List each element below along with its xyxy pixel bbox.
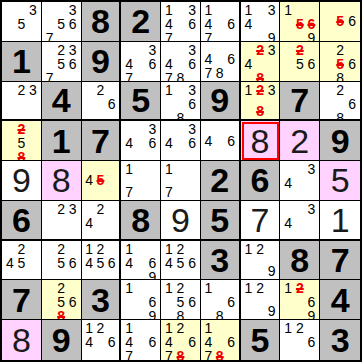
candidate-slot-empty bbox=[225, 31, 236, 42]
candidate-slot-empty bbox=[214, 148, 225, 159]
cell-r2c7[interactable]: 2348 bbox=[241, 42, 281, 82]
candidate-slot-empty bbox=[123, 295, 135, 309]
cell-r4c4[interactable]: 346 bbox=[121, 121, 161, 161]
candidate-slot-empty bbox=[55, 31, 67, 42]
cell-r1c7[interactable]: 1349 bbox=[241, 2, 281, 42]
candidate-8: 8 bbox=[175, 111, 187, 122]
candidate-slot-empty bbox=[186, 111, 198, 122]
cell-r9c9[interactable]: 3 bbox=[320, 320, 360, 360]
cell-r7c9[interactable]: 7 bbox=[320, 241, 360, 281]
cell-r3c9[interactable]: 268 bbox=[320, 82, 360, 122]
candidate-9: 9 bbox=[147, 270, 159, 281]
candidate-5: 5 bbox=[175, 256, 187, 270]
candidate-6: 6 bbox=[225, 335, 236, 349]
candidate-slot-empty bbox=[294, 349, 306, 359]
candidate-4: 4 bbox=[163, 256, 175, 270]
candidate-slot-empty bbox=[306, 216, 318, 230]
candidate-5-eliminated: 5 bbox=[334, 57, 346, 71]
candidate-5: 5 bbox=[16, 17, 28, 31]
candidate-slot-empty bbox=[175, 31, 187, 42]
given-digit: 2 bbox=[210, 163, 229, 197]
given-digit: 1 bbox=[12, 44, 31, 78]
cell-r8c7[interactable]: 129 bbox=[241, 280, 281, 320]
candidate-slot-empty bbox=[55, 216, 67, 227]
candidate-8-eliminated: 8 bbox=[175, 349, 187, 360]
cell-r1c5[interactable]: 13467 bbox=[161, 2, 201, 42]
cell-r4c3[interactable]: 7 bbox=[82, 121, 122, 161]
cell-r9c8[interactable]: 126 bbox=[280, 320, 320, 360]
candidate-slot-empty bbox=[322, 97, 334, 111]
pencil-marks: 12456 bbox=[161, 241, 200, 280]
candidate-slot-empty bbox=[186, 31, 198, 42]
cell-r5c5[interactable]: 17 bbox=[161, 161, 201, 201]
cell-r3c2[interactable]: 4 bbox=[42, 82, 82, 122]
candidate-slot-empty bbox=[44, 17, 56, 31]
cell-r7c3[interactable]: 12456 bbox=[82, 241, 122, 281]
pencil-marks: 45 bbox=[82, 161, 120, 200]
candidate-6: 6 bbox=[306, 335, 318, 349]
candidate-slot-empty bbox=[243, 304, 255, 318]
candidate-8-eliminated: 8 bbox=[16, 150, 28, 161]
candidate-slot-empty bbox=[254, 57, 266, 71]
candidate-slot-empty bbox=[67, 227, 79, 238]
candidate-3: 3 bbox=[67, 202, 79, 216]
candidate-7: 7 bbox=[44, 31, 56, 42]
cell-r5c9[interactable]: 5 bbox=[320, 161, 360, 201]
cell-r5c8[interactable]: 34 bbox=[280, 161, 320, 201]
candidate-slot-empty bbox=[306, 230, 318, 238]
candidate-7: 7 bbox=[163, 71, 175, 82]
cell-r7c7[interactable]: 129 bbox=[241, 241, 281, 281]
candidate-6: 6 bbox=[147, 57, 159, 71]
candidate-slot-empty bbox=[282, 349, 294, 359]
candidate-slot-empty bbox=[254, 264, 266, 278]
solved-digit: 8 bbox=[52, 163, 71, 197]
cell-r5c2[interactable]: 8 bbox=[42, 161, 82, 201]
candidate-slot-empty bbox=[225, 122, 236, 133]
candidate-slot-empty bbox=[106, 230, 117, 238]
candidate-slot-empty bbox=[67, 281, 79, 295]
candidate-slot-empty bbox=[163, 150, 175, 159]
candidate-5: 5 bbox=[55, 256, 67, 270]
candidate-slot-empty bbox=[123, 270, 135, 281]
candidate-5: 5 bbox=[55, 57, 67, 71]
candidate-slot-empty bbox=[243, 295, 255, 304]
candidate-3: 3 bbox=[266, 43, 278, 57]
candidate-slot-empty bbox=[147, 281, 159, 295]
candidate-2: 2 bbox=[175, 321, 187, 335]
cell-r6c8[interactable]: 34 bbox=[280, 201, 320, 241]
cell-r2c2[interactable]: 23567 bbox=[42, 42, 82, 82]
candidate-slot-empty bbox=[294, 230, 306, 238]
candidate-9: 9 bbox=[306, 309, 318, 320]
cell-r8c6[interactable]: 168 bbox=[201, 280, 241, 320]
candidate-slot-empty bbox=[4, 83, 16, 97]
pencil-marks: 1569 bbox=[280, 2, 319, 41]
cell-r9c4[interactable]: 1467 bbox=[121, 320, 161, 360]
candidate-slot-empty bbox=[175, 150, 187, 159]
candidate-4: 4 bbox=[84, 173, 95, 187]
candidate-slot-empty bbox=[106, 242, 117, 256]
candidate-slot-empty bbox=[106, 111, 117, 119]
candidate-3: 3 bbox=[67, 43, 79, 57]
candidate-slot-empty bbox=[4, 31, 16, 40]
candidate-4: 4 bbox=[84, 256, 95, 270]
cell-r7c4[interactable]: 1469 bbox=[121, 241, 161, 281]
solved-digit: 8 bbox=[251, 124, 270, 158]
candidate-slot-empty bbox=[84, 83, 95, 97]
candidate-6: 6 bbox=[306, 295, 318, 309]
pencil-marks: 2568 bbox=[320, 42, 360, 81]
candidate-2-eliminated: 2 bbox=[254, 83, 266, 97]
candidate-1: 1 bbox=[203, 3, 214, 17]
cell-r6c6[interactable]: 5 bbox=[201, 201, 241, 241]
cell-r5c7[interactable]: 6 bbox=[241, 161, 281, 201]
candidate-1: 1 bbox=[123, 242, 135, 256]
candidate-slot-empty bbox=[44, 57, 56, 71]
candidate-slot-empty bbox=[306, 321, 318, 335]
candidate-1: 1 bbox=[282, 281, 294, 295]
candidate-3: 3 bbox=[306, 202, 318, 216]
candidate-slot-empty bbox=[175, 136, 187, 150]
candidate-slot-empty bbox=[147, 150, 159, 159]
candidate-slot-empty bbox=[44, 270, 56, 279]
cell-r9c3[interactable]: 1246 bbox=[82, 320, 122, 360]
candidate-slot-empty bbox=[225, 66, 236, 80]
cell-r1c3[interactable]: 8 bbox=[82, 2, 122, 42]
cell-r4c8[interactable]: 2 bbox=[280, 121, 320, 161]
candidate-slot-empty bbox=[243, 31, 255, 42]
cell-r3c6[interactable]: 9 bbox=[201, 82, 241, 122]
solved-digit: 5 bbox=[331, 163, 350, 197]
cell-r4c7[interactable]: 8 bbox=[241, 121, 281, 161]
candidate-slot-empty bbox=[147, 349, 159, 360]
candidate-slot-empty bbox=[135, 295, 147, 309]
pencil-marks: 34 bbox=[280, 161, 319, 200]
candidate-slot-empty bbox=[135, 335, 147, 349]
candidate-slot-empty bbox=[346, 111, 358, 122]
candidate-7: 7 bbox=[163, 31, 175, 42]
candidate-8-eliminated: 8 bbox=[254, 104, 266, 118]
candidate-slot-empty bbox=[44, 227, 56, 238]
cell-r2c1[interactable]: 1 bbox=[2, 42, 42, 82]
candidate-3: 3 bbox=[67, 3, 79, 17]
cell-r2c6[interactable]: 4678 bbox=[201, 42, 241, 82]
pencil-marks: 258 bbox=[2, 121, 41, 160]
cell-r7c8[interactable]: 8 bbox=[280, 241, 320, 281]
cell-r2c4[interactable]: 3467 bbox=[121, 42, 161, 82]
candidate-slot-empty bbox=[203, 309, 214, 320]
candidate-4: 4 bbox=[203, 134, 214, 148]
candidate-slot-empty bbox=[175, 185, 187, 199]
candidate-6: 6 bbox=[106, 97, 117, 111]
given-digit: 6 bbox=[251, 163, 270, 197]
cell-r7c6[interactable]: 3 bbox=[201, 241, 241, 281]
cell-r6c5[interactable]: 9 bbox=[161, 201, 201, 241]
candidate-6-eliminated: 6 bbox=[306, 17, 318, 31]
given-digit: 9 bbox=[91, 44, 110, 78]
candidate-slot-empty bbox=[225, 148, 236, 159]
candidate-slot-empty bbox=[67, 71, 79, 82]
candidate-slot-empty bbox=[106, 187, 117, 198]
candidate-slot-empty bbox=[147, 71, 159, 82]
cell-r2c3[interactable]: 9 bbox=[82, 42, 122, 82]
candidate-slot-empty bbox=[135, 281, 147, 295]
candidate-4: 4 bbox=[243, 17, 255, 31]
candidate-4: 4 bbox=[243, 57, 255, 71]
candidate-1: 1 bbox=[243, 3, 255, 17]
cell-r4c2[interactable]: 1 bbox=[42, 121, 82, 161]
candidate-slot-empty bbox=[44, 309, 56, 320]
candidate-slot-empty bbox=[294, 31, 306, 42]
candidate-slot-empty bbox=[147, 162, 159, 176]
pencil-marks: 12456 bbox=[82, 241, 120, 280]
candidate-slot-empty bbox=[322, 43, 334, 57]
candidate-1: 1 bbox=[203, 321, 214, 335]
candidate-2-eliminated: 2 bbox=[16, 122, 28, 136]
candidate-5-eliminated: 5 bbox=[334, 14, 346, 28]
candidate-slot-empty bbox=[44, 216, 56, 227]
cell-r1c2[interactable]: 3567 bbox=[42, 2, 82, 42]
candidate-4: 4 bbox=[282, 216, 294, 230]
candidate-6: 6 bbox=[106, 256, 117, 270]
candidate-slot-empty bbox=[67, 242, 79, 256]
cell-r7c2[interactable]: 256 bbox=[42, 241, 82, 281]
candidate-6: 6 bbox=[186, 136, 198, 150]
candidate-3: 3 bbox=[306, 162, 318, 176]
pencil-marks: 26 bbox=[82, 82, 120, 120]
cell-r6c4[interactable]: 8 bbox=[121, 201, 161, 241]
candidate-6: 6 bbox=[147, 335, 159, 349]
pencil-marks: 1469 bbox=[121, 241, 160, 280]
given-digit: 9 bbox=[331, 124, 350, 158]
candidate-slot-empty bbox=[44, 202, 56, 216]
pencil-marks: 3467 bbox=[121, 42, 160, 81]
cell-r1c6[interactable]: 1467 bbox=[201, 2, 241, 42]
candidate-slot-empty bbox=[135, 136, 147, 150]
candidate-7: 7 bbox=[203, 66, 214, 80]
cell-r7c1[interactable]: 245 bbox=[2, 241, 42, 281]
candidate-slot-empty bbox=[95, 270, 106, 279]
candidate-slot-empty bbox=[27, 150, 39, 161]
candidate-3: 3 bbox=[186, 122, 198, 136]
pencil-marks: 2348 bbox=[241, 42, 280, 81]
cell-r1c4[interactable]: 2 bbox=[121, 2, 161, 42]
candidate-2: 2 bbox=[334, 83, 346, 97]
pencil-marks: 35 bbox=[2, 2, 41, 41]
candidate-slot-empty bbox=[44, 295, 56, 309]
candidate-slot-empty bbox=[84, 97, 95, 111]
candidate-1: 1 bbox=[163, 281, 175, 295]
candidate-2: 2 bbox=[16, 242, 28, 256]
cell-r4c1[interactable]: 258 bbox=[2, 121, 42, 161]
candidate-slot-empty bbox=[322, 71, 334, 82]
cell-r8c3[interactable]: 3 bbox=[82, 280, 122, 320]
cell-r5c1[interactable]: 9 bbox=[2, 161, 42, 201]
candidate-4: 4 bbox=[84, 216, 95, 230]
candidate-6: 6 bbox=[225, 52, 236, 66]
cell-r3c8[interactable]: 7 bbox=[280, 82, 320, 122]
given-digit: 4 bbox=[52, 83, 71, 117]
given-digit: 7 bbox=[331, 243, 350, 277]
candidate-5: 5 bbox=[294, 57, 306, 71]
candidate-slot-empty bbox=[106, 321, 117, 335]
cell-r8c4[interactable]: 169 bbox=[121, 280, 161, 320]
cell-r8c2[interactable]: 2568 bbox=[42, 280, 82, 320]
candidate-1: 1 bbox=[163, 321, 175, 335]
cell-r1c8[interactable]: 1569 bbox=[280, 2, 320, 42]
cell-r5c6[interactable]: 2 bbox=[201, 161, 241, 201]
candidate-slot-empty bbox=[294, 3, 306, 17]
candidate-slot-empty bbox=[4, 136, 16, 150]
cell-r6c2[interactable]: 23 bbox=[42, 201, 82, 241]
candidate-8: 8 bbox=[214, 66, 225, 80]
candidate-slot-empty bbox=[186, 71, 198, 82]
candidate-slot-empty bbox=[294, 309, 306, 320]
candidate-2: 2 bbox=[95, 83, 106, 97]
candidate-7: 7 bbox=[123, 185, 135, 199]
candidate-4: 4 bbox=[203, 17, 214, 31]
candidate-3: 3 bbox=[186, 43, 198, 57]
candidate-slot-empty bbox=[282, 190, 294, 199]
candidate-slot-empty bbox=[186, 349, 198, 360]
candidate-slot-empty bbox=[282, 43, 294, 57]
cell-r2c5[interactable]: 34678 bbox=[161, 42, 201, 82]
candidate-slot-empty bbox=[27, 136, 39, 150]
cell-r3c1[interactable]: 23 bbox=[2, 82, 42, 122]
candidate-slot-empty bbox=[266, 17, 278, 31]
candidate-slot-empty bbox=[322, 111, 334, 122]
candidate-4: 4 bbox=[163, 17, 175, 31]
candidate-slot-empty bbox=[106, 83, 117, 97]
cell-r6c1[interactable]: 6 bbox=[2, 201, 42, 241]
candidate-slot-empty bbox=[282, 162, 294, 176]
candidate-slot-empty bbox=[322, 28, 334, 39]
cell-r6c3[interactable]: 24 bbox=[82, 201, 122, 241]
candidate-6: 6 bbox=[306, 57, 318, 71]
cell-r3c5[interactable]: 1368 bbox=[161, 82, 201, 122]
candidate-2-eliminated: 2 bbox=[294, 281, 306, 295]
cell-r1c9[interactable]: 56 bbox=[320, 2, 360, 42]
candidate-slot-empty bbox=[254, 256, 266, 265]
cell-r2c9[interactable]: 2568 bbox=[320, 42, 360, 82]
candidate-slot-empty bbox=[135, 43, 147, 57]
candidate-slot-empty bbox=[254, 304, 266, 318]
pencil-marks: 17 bbox=[161, 161, 200, 200]
given-digit: 2 bbox=[131, 4, 150, 38]
candidate-5: 5 bbox=[16, 136, 28, 150]
cell-r4c5[interactable]: 346 bbox=[161, 121, 201, 161]
candidate-slot-empty bbox=[135, 122, 147, 136]
pencil-marks: 346 bbox=[121, 121, 160, 160]
candidate-6: 6 bbox=[147, 136, 159, 150]
candidate-slot-empty bbox=[282, 309, 294, 320]
candidate-8-eliminated: 8 bbox=[55, 309, 67, 320]
pencil-marks: 126 bbox=[280, 320, 319, 360]
given-digit: 3 bbox=[91, 283, 110, 317]
candidate-slot-empty bbox=[225, 281, 236, 295]
sudoku-board: 3535678213467146713491569561235679346734… bbox=[0, 0, 362, 362]
candidate-7: 7 bbox=[163, 349, 175, 360]
given-digit: 5 bbox=[251, 323, 270, 357]
candidate-slot-empty bbox=[294, 190, 306, 199]
candidate-slot-empty bbox=[4, 270, 16, 279]
pencil-marks: 256 bbox=[280, 42, 319, 81]
cell-r1c1[interactable]: 35 bbox=[2, 2, 42, 42]
cell-r8c5[interactable]: 12568 bbox=[161, 280, 201, 320]
cell-r9c6[interactable]: 14678 bbox=[201, 320, 241, 360]
candidate-6: 6 bbox=[186, 256, 198, 270]
candidate-slot-empty bbox=[203, 295, 214, 309]
candidate-slot-empty bbox=[282, 230, 294, 238]
candidate-slot-empty bbox=[106, 216, 117, 230]
cell-r9c1[interactable]: 8 bbox=[2, 320, 42, 360]
candidate-slot-empty bbox=[203, 148, 214, 159]
candidate-slot-empty bbox=[123, 122, 135, 136]
candidate-slot-empty bbox=[4, 107, 16, 118]
cell-r5c3[interactable]: 45 bbox=[82, 161, 122, 201]
candidate-2: 2 bbox=[95, 202, 106, 216]
candidate-2-eliminated: 2 bbox=[294, 43, 306, 57]
cell-r4c9[interactable]: 9 bbox=[320, 121, 360, 161]
candidate-slot-empty bbox=[254, 3, 266, 17]
candidate-1: 1 bbox=[163, 3, 175, 17]
pencil-marks: 1368 bbox=[161, 82, 200, 120]
cell-r9c2[interactable]: 9 bbox=[42, 320, 82, 360]
given-digit: 7 bbox=[91, 124, 110, 158]
candidate-slot-empty bbox=[95, 187, 106, 198]
candidate-slot-empty bbox=[214, 43, 225, 52]
candidate-1: 1 bbox=[84, 321, 95, 335]
cell-r8c9[interactable]: 4 bbox=[320, 280, 360, 320]
cell-r8c1[interactable]: 7 bbox=[2, 280, 42, 320]
cell-r4c6[interactable]: 46 bbox=[201, 121, 241, 161]
candidate-5: 5 bbox=[55, 17, 67, 31]
candidate-slot-empty bbox=[306, 43, 318, 57]
cell-r3c7[interactable]: 1238 bbox=[241, 82, 281, 122]
cell-r6c9[interactable]: 1 bbox=[320, 201, 360, 241]
candidate-slot-empty bbox=[147, 242, 159, 256]
candidate-3: 3 bbox=[27, 3, 39, 17]
cell-r6c7[interactable]: 7 bbox=[241, 201, 281, 241]
candidate-9: 9 bbox=[266, 304, 278, 318]
candidate-4: 4 bbox=[123, 136, 135, 150]
cell-r5c4[interactable]: 17 bbox=[121, 161, 161, 201]
cell-r9c7[interactable]: 5 bbox=[241, 320, 281, 360]
cell-r3c4[interactable]: 5 bbox=[121, 82, 161, 122]
candidate-slot-empty bbox=[67, 31, 79, 42]
candidate-slot-empty bbox=[67, 270, 79, 279]
cell-r2c8[interactable]: 256 bbox=[280, 42, 320, 82]
cell-r8c8[interactable]: 1269 bbox=[280, 280, 320, 320]
candidate-5-eliminated: 5 bbox=[95, 173, 106, 187]
candidate-slot-empty bbox=[123, 43, 135, 57]
pencil-marks: 17 bbox=[121, 161, 160, 200]
candidate-slot-empty bbox=[214, 281, 225, 295]
pencil-marks: 268 bbox=[320, 82, 360, 120]
candidate-slot-empty bbox=[294, 71, 306, 80]
cell-r3c3[interactable]: 26 bbox=[82, 82, 122, 122]
candidate-slot-empty bbox=[306, 281, 318, 295]
candidate-slot-empty bbox=[4, 3, 16, 17]
cell-r9c5[interactable]: 124678 bbox=[161, 320, 201, 360]
candidate-slot-empty bbox=[27, 97, 39, 108]
candidate-slot-empty bbox=[44, 281, 56, 295]
candidate-slot-empty bbox=[214, 295, 225, 309]
cell-r7c5[interactable]: 12456 bbox=[161, 241, 201, 281]
candidate-slot-empty bbox=[282, 31, 294, 42]
candidate-slot-empty bbox=[95, 111, 106, 119]
